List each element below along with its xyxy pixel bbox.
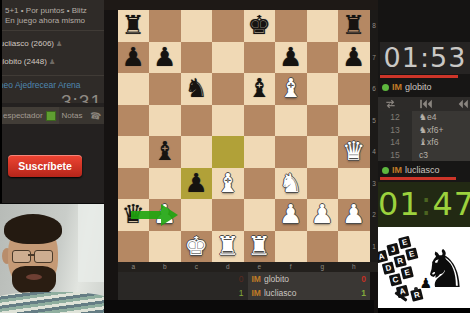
clock-accent-bar [380, 75, 458, 78]
chat-tab-bar: espectador Notas ☎ [2, 107, 104, 124]
square-c1[interactable]: ♚ [181, 231, 213, 263]
square-e2[interactable] [244, 199, 276, 231]
piece-bP-b7[interactable]: ♟ [149, 42, 181, 74]
player-status-icon: ♟ [49, 58, 55, 65]
streamer-shirt [0, 292, 104, 313]
piece-wR-e1[interactable]: ♜ [244, 231, 276, 263]
title-badge: IM [392, 165, 402, 175]
streamer-hair [4, 214, 62, 244]
square-f8[interactable] [275, 10, 307, 42]
black-clock: 01:53 [380, 42, 470, 74]
square-c5[interactable] [181, 105, 213, 137]
square-d7[interactable] [212, 42, 244, 74]
square-d8[interactable] [212, 10, 244, 42]
score-value: 0 [361, 274, 366, 284]
square-f2[interactable]: ♟ [275, 199, 307, 231]
square-b8[interactable] [149, 10, 181, 42]
square-b1[interactable] [149, 231, 181, 263]
go-first-icon[interactable] [420, 99, 432, 109]
score-row-black: 0 IM globito 0 [118, 272, 371, 286]
file-label-h: h [338, 262, 370, 272]
square-e1[interactable]: ♜ [244, 231, 276, 263]
title-badge: IM [252, 274, 261, 284]
bottom-strip [104, 300, 374, 313]
player-name: globito [264, 274, 289, 284]
piece-wN-f3[interactable]: ♞ [275, 168, 307, 200]
square-e6[interactable]: ♝ [244, 73, 276, 105]
piece-wP-b2[interactable]: ♟ [149, 199, 181, 231]
figurine-knight-icon: ♞ [419, 112, 427, 122]
square-h1[interactable] [338, 231, 370, 263]
streamer-glasses [12, 250, 56, 262]
player-name: globito [405, 82, 432, 92]
square-c2[interactable] [181, 199, 213, 231]
white-player-line: lucliasco (2606)♟ [2, 39, 104, 49]
black-player-row: IM globito [382, 80, 470, 94]
file-label-b: b [149, 262, 181, 272]
divider [2, 30, 104, 31]
game-status-line: En juego ahora mismo [5, 16, 104, 26]
square-c6[interactable]: ♞ [181, 73, 213, 105]
square-b6[interactable] [149, 73, 181, 105]
phone-icon[interactable]: ☎ [89, 110, 102, 122]
square-d6[interactable] [212, 73, 244, 105]
square-b5[interactable] [149, 105, 181, 137]
webcam-video [0, 203, 104, 313]
square-b4[interactable]: ♝ [149, 136, 181, 168]
clock-accent-bar [380, 177, 456, 180]
player-status-icon: ♟ [56, 40, 62, 47]
square-a6[interactable] [118, 73, 150, 105]
streamer-mouth [26, 274, 42, 280]
piece-wP-h2[interactable]: ♟ [338, 199, 370, 231]
step-back-icon[interactable] [456, 99, 468, 109]
file-coordinates: abcdefgh [118, 262, 379, 272]
ajedrecear-logo: A J E D R E C E A R ♞ ♟ [378, 227, 470, 308]
online-indicator-icon [46, 111, 56, 121]
move-row[interactable]: 12 ♞e4 [378, 111, 470, 124]
piece-bR-h8[interactable]: ♜ [338, 10, 370, 42]
square-a4[interactable] [118, 136, 150, 168]
online-dot-icon [382, 167, 389, 174]
piece-bN-c6[interactable]: ♞ [181, 73, 213, 105]
piece-bQ-a2[interactable]: ♛ [118, 199, 150, 231]
square-h2[interactable]: ♟ [338, 199, 370, 231]
square-c4[interactable] [181, 136, 213, 168]
piece-wB-f6[interactable]: ♝ [275, 73, 307, 105]
square-h7[interactable]: ♟ [338, 42, 370, 74]
piece-bB-b4[interactable]: ♝ [149, 136, 181, 168]
player-name: lucliasco [264, 288, 297, 298]
square-h4[interactable]: ♛ [338, 136, 370, 168]
square-h3[interactable] [338, 168, 370, 200]
figurine-bishop-icon: ♝ [419, 137, 427, 147]
piece-wK-c1[interactable]: ♚ [181, 231, 213, 263]
square-e3[interactable] [244, 168, 276, 200]
square-e5[interactable] [244, 105, 276, 137]
file-label-a: a [118, 262, 150, 272]
piece-bP-f7[interactable]: ♟ [275, 42, 307, 74]
square-b2[interactable]: ♟ [149, 199, 181, 231]
square-a7[interactable]: ♟ [118, 42, 150, 74]
match-score-bar: 0 IM globito 0 1 IM lucliasco 1 [118, 272, 371, 300]
piece-wP-g2[interactable]: ♟ [307, 199, 339, 231]
white-clock-active: 01:47 [378, 182, 470, 227]
tab-spectators[interactable]: espectador [2, 107, 59, 124]
square-e7[interactable] [244, 42, 276, 74]
player-score-cell[interactable]: IM globito 0 [248, 272, 371, 286]
flip-board-icon[interactable] [385, 99, 396, 109]
square-g8[interactable] [307, 10, 339, 42]
right-sidebar: 01:53 IM globito 12 ♞e4 13 ♞x [378, 0, 470, 313]
square-g5[interactable] [307, 105, 339, 137]
square-f5[interactable] [275, 105, 307, 137]
ball-icon [414, 287, 418, 291]
piece-bP-a7[interactable]: ♟ [118, 42, 150, 74]
square-a2[interactable]: ♛ [118, 199, 150, 231]
square-d5[interactable] [212, 105, 244, 137]
file-label-e: e [244, 262, 276, 272]
square-g4[interactable] [307, 136, 339, 168]
file-label-c: c [181, 262, 213, 272]
score-value: 1 [361, 288, 366, 298]
square-g2[interactable]: ♟ [307, 199, 339, 231]
square-d3[interactable]: ♝ [212, 168, 244, 200]
square-c8[interactable] [181, 10, 213, 42]
move-row[interactable]: 14 ♝xf6 [378, 136, 470, 149]
square-d1[interactable]: ♜ [212, 231, 244, 263]
pawn-icon: ♟ [419, 275, 432, 291]
move-list: 12 ♞e4 13 ♞xf6+ 14 ♝xf6 15 c3 [378, 111, 470, 161]
right-top-strip [378, 0, 470, 42]
square-a1[interactable] [118, 231, 150, 263]
square-f6[interactable]: ♝ [275, 73, 307, 105]
figurine-knight-icon: ♞ [419, 125, 427, 135]
move-controls-toolbar [378, 97, 470, 111]
square-b3[interactable] [149, 168, 181, 200]
square-a3[interactable] [118, 168, 150, 200]
square-b7[interactable]: ♟ [149, 42, 181, 74]
square-h6[interactable] [338, 73, 370, 105]
move-row[interactable]: 15 c3 [378, 149, 470, 162]
piece-bP-h7[interactable]: ♟ [338, 42, 370, 74]
game-info-box: 5+1 • Por puntos • Blitz En juego ahora … [2, 0, 104, 103]
webcam-background [78, 204, 104, 282]
square-f7[interactable]: ♟ [275, 42, 307, 74]
tab-notes[interactable]: Notas [59, 107, 86, 124]
square-f4[interactable] [275, 136, 307, 168]
piece-bB-e6[interactable]: ♝ [244, 73, 276, 105]
game-mode-line: 5+1 • Por puntos • Blitz [5, 0, 104, 16]
square-g3[interactable] [307, 168, 339, 200]
tournament-clock: 3:31 [2, 91, 104, 103]
stream-screenshot: 5+1 • Por puntos • Blitz En juego ahora … [0, 0, 470, 313]
piece-wP-f2[interactable]: ♟ [275, 199, 307, 231]
title-badge: IM [252, 288, 261, 298]
file-label-d: d [212, 262, 244, 272]
move-row[interactable]: 13 ♞xf6+ [378, 124, 470, 137]
square-c7[interactable] [181, 42, 213, 74]
subscribe-button[interactable]: Suscríbete [8, 155, 82, 177]
white-player-row: IM lucliasco [382, 163, 470, 177]
board-gap [104, 0, 118, 313]
score-row-white: 1 IM lucliasco 1 [118, 286, 371, 300]
square-h8[interactable]: ♜ [338, 10, 370, 42]
player-score-cell[interactable]: IM lucliasco 1 [248, 286, 371, 300]
file-label-g: g [307, 262, 339, 272]
square-h5[interactable] [338, 105, 370, 137]
square-a8[interactable]: ♜ [118, 10, 150, 42]
top-strip [104, 0, 378, 10]
chess-board[interactable]: ♜♚♜♟♟♟♟♞♝♝♝♛♟♝♞♛♟♟♟♟♚♜♜ [118, 10, 370, 262]
title-badge: IM [392, 82, 402, 92]
square-g7[interactable] [307, 42, 339, 74]
piece-wQ-h4[interactable]: ♛ [338, 136, 370, 168]
piece-bK-e8[interactable]: ♚ [244, 10, 276, 42]
online-dot-icon [382, 84, 389, 91]
divider [2, 75, 104, 76]
piece-wB-d3[interactable]: ♝ [212, 168, 244, 200]
square-a5[interactable] [118, 105, 150, 137]
square-f3[interactable]: ♞ [275, 168, 307, 200]
square-e8[interactable]: ♚ [244, 10, 276, 42]
square-d4[interactable] [212, 136, 244, 168]
piece-wR-d1[interactable]: ♜ [212, 231, 244, 263]
square-e4[interactable] [244, 136, 276, 168]
square-g6[interactable] [307, 73, 339, 105]
black-player-line: globito (2448)♟ [2, 57, 104, 67]
bottom-strip [378, 308, 470, 313]
piece-bR-a8[interactable]: ♜ [118, 10, 150, 42]
file-label-f: f [275, 262, 307, 272]
square-c3[interactable]: ♟ [181, 168, 213, 200]
player-name: lucliasco [405, 165, 440, 175]
square-f1[interactable] [275, 231, 307, 263]
tournament-link[interactable]: Torneo Ajedrecear Arena [2, 80, 104, 91]
square-d2[interactable] [212, 199, 244, 231]
game-result-cell: 1 [118, 286, 248, 300]
game-result-cell: 0 [118, 272, 248, 286]
piece-bP-c3[interactable]: ♟ [181, 168, 213, 200]
square-g1[interactable] [307, 231, 339, 263]
